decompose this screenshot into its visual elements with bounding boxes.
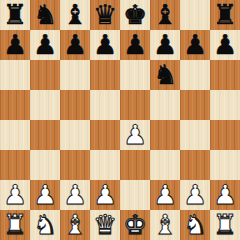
- piece-black-pawn[interactable]: ♟: [120, 30, 150, 60]
- square-a5[interactable]: [0, 90, 30, 120]
- piece-white-bishop[interactable]: ♝: [150, 210, 180, 240]
- piece-white-pawn[interactable]: ♟: [90, 180, 120, 210]
- square-f6[interactable]: ♞: [150, 60, 180, 90]
- square-e4[interactable]: ♟: [120, 120, 150, 150]
- piece-white-knight[interactable]: ♞: [180, 210, 210, 240]
- square-e1[interactable]: ♚: [120, 210, 150, 240]
- square-d3[interactable]: [90, 150, 120, 180]
- piece-black-rook[interactable]: ♜: [0, 0, 30, 30]
- piece-black-rook[interactable]: ♜: [210, 0, 240, 30]
- square-a2[interactable]: ♟: [0, 180, 30, 210]
- square-f2[interactable]: ♟: [150, 180, 180, 210]
- square-e8[interactable]: ♚: [120, 0, 150, 30]
- piece-black-pawn[interactable]: ♟: [60, 30, 90, 60]
- square-d1[interactable]: ♛: [90, 210, 120, 240]
- square-g7[interactable]: ♟: [180, 30, 210, 60]
- square-e6[interactable]: [120, 60, 150, 90]
- square-g4[interactable]: [180, 120, 210, 150]
- square-g3[interactable]: [180, 150, 210, 180]
- square-h6[interactable]: [210, 60, 240, 90]
- piece-black-pawn[interactable]: ♟: [180, 30, 210, 60]
- piece-white-pawn[interactable]: ♟: [180, 180, 210, 210]
- square-c8[interactable]: ♝: [60, 0, 90, 30]
- square-b7[interactable]: ♟: [30, 30, 60, 60]
- square-c6[interactable]: [60, 60, 90, 90]
- square-c1[interactable]: ♝: [60, 210, 90, 240]
- square-b2[interactable]: ♟: [30, 180, 60, 210]
- square-b4[interactable]: [30, 120, 60, 150]
- square-h7[interactable]: ♟: [210, 30, 240, 60]
- square-g2[interactable]: ♟: [180, 180, 210, 210]
- square-e7[interactable]: ♟: [120, 30, 150, 60]
- piece-white-king[interactable]: ♚: [120, 210, 150, 240]
- square-a1[interactable]: ♜: [0, 210, 30, 240]
- square-f7[interactable]: ♟: [150, 30, 180, 60]
- piece-white-knight[interactable]: ♞: [30, 210, 60, 240]
- square-b6[interactable]: [30, 60, 60, 90]
- piece-black-pawn[interactable]: ♟: [90, 30, 120, 60]
- piece-black-pawn[interactable]: ♟: [210, 30, 240, 60]
- square-d4[interactable]: [90, 120, 120, 150]
- square-g1[interactable]: ♞: [180, 210, 210, 240]
- square-h4[interactable]: [210, 120, 240, 150]
- square-e2[interactable]: [120, 180, 150, 210]
- piece-white-pawn[interactable]: ♟: [150, 180, 180, 210]
- square-c3[interactable]: [60, 150, 90, 180]
- square-e5[interactable]: [120, 90, 150, 120]
- square-d5[interactable]: [90, 90, 120, 120]
- piece-white-rook[interactable]: ♜: [0, 210, 30, 240]
- square-a8[interactable]: ♜: [0, 0, 30, 30]
- square-c2[interactable]: ♟: [60, 180, 90, 210]
- square-a7[interactable]: ♟: [0, 30, 30, 60]
- piece-white-pawn[interactable]: ♟: [0, 180, 30, 210]
- square-e3[interactable]: [120, 150, 150, 180]
- piece-black-pawn[interactable]: ♟: [0, 30, 30, 60]
- square-f3[interactable]: [150, 150, 180, 180]
- piece-white-pawn[interactable]: ♟: [210, 180, 240, 210]
- square-c4[interactable]: [60, 120, 90, 150]
- piece-black-pawn[interactable]: ♟: [150, 30, 180, 60]
- square-a3[interactable]: [0, 150, 30, 180]
- square-a4[interactable]: [0, 120, 30, 150]
- square-f1[interactable]: ♝: [150, 210, 180, 240]
- square-h3[interactable]: [210, 150, 240, 180]
- piece-black-knight[interactable]: ♞: [150, 60, 180, 90]
- piece-black-knight[interactable]: ♞: [30, 0, 60, 30]
- square-f4[interactable]: [150, 120, 180, 150]
- square-b8[interactable]: ♞: [30, 0, 60, 30]
- square-c5[interactable]: [60, 90, 90, 120]
- square-f8[interactable]: ♝: [150, 0, 180, 30]
- piece-white-pawn[interactable]: ♟: [60, 180, 90, 210]
- square-h2[interactable]: ♟: [210, 180, 240, 210]
- square-h8[interactable]: ♜: [210, 0, 240, 30]
- piece-black-king[interactable]: ♚: [120, 0, 150, 30]
- piece-black-bishop[interactable]: ♝: [150, 0, 180, 30]
- square-h1[interactable]: ♜: [210, 210, 240, 240]
- piece-white-queen[interactable]: ♛: [90, 210, 120, 240]
- square-f5[interactable]: [150, 90, 180, 120]
- piece-black-bishop[interactable]: ♝: [60, 0, 90, 30]
- square-b1[interactable]: ♞: [30, 210, 60, 240]
- chess-board: ♜♞♝♛♚♝♜♟♟♟♟♟♟♟♟♞♟♟♟♟♟♟♟♟♜♞♝♛♚♝♞♜: [0, 0, 240, 240]
- square-b3[interactable]: [30, 150, 60, 180]
- square-d2[interactable]: ♟: [90, 180, 120, 210]
- square-a6[interactable]: [0, 60, 30, 90]
- square-c7[interactable]: ♟: [60, 30, 90, 60]
- piece-white-pawn[interactable]: ♟: [120, 120, 150, 150]
- square-g5[interactable]: [180, 90, 210, 120]
- square-g6[interactable]: [180, 60, 210, 90]
- piece-black-queen[interactable]: ♛: [90, 0, 120, 30]
- square-g8[interactable]: [180, 0, 210, 30]
- square-d8[interactable]: ♛: [90, 0, 120, 30]
- square-b5[interactable]: [30, 90, 60, 120]
- piece-black-pawn[interactable]: ♟: [30, 30, 60, 60]
- piece-white-bishop[interactable]: ♝: [60, 210, 90, 240]
- square-d7[interactable]: ♟: [90, 30, 120, 60]
- piece-white-pawn[interactable]: ♟: [30, 180, 60, 210]
- piece-white-rook[interactable]: ♜: [210, 210, 240, 240]
- square-h5[interactable]: [210, 90, 240, 120]
- square-d6[interactable]: [90, 60, 120, 90]
